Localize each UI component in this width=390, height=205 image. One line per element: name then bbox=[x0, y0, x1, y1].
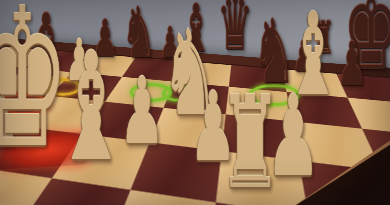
black-queen-f8[interactable]: ♛ bbox=[217, 0, 253, 60]
black-pawn-h6[interactable]: ♟ bbox=[337, 33, 367, 94]
chess-scene: ♛♜♝♟♟♞♟♚♝♟♟♞♝♞♟♟♟♚♝♟♜ bbox=[0, 0, 390, 205]
white-rook-e1[interactable]: ♜ bbox=[218, 79, 281, 205]
white-bishop-b2[interactable]: ♝ bbox=[54, 32, 128, 182]
